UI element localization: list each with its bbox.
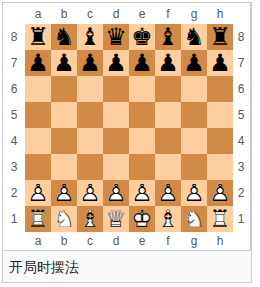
file-label-top-e: e bbox=[129, 3, 155, 24]
piece-white-knight: ♞♘ bbox=[51, 206, 77, 232]
square-f5[interactable] bbox=[155, 102, 181, 128]
piece-black-king: ♚ bbox=[129, 24, 155, 50]
square-g6[interactable] bbox=[181, 76, 207, 102]
square-e1[interactable]: ♚♔ bbox=[129, 206, 155, 232]
piece-white-king: ♚♔ bbox=[129, 206, 155, 232]
piece-white-queen: ♛♕ bbox=[103, 206, 129, 232]
square-e7[interactable]: ♟ bbox=[129, 50, 155, 76]
piece-white-bishop: ♝♗ bbox=[155, 206, 181, 232]
square-b2[interactable]: ♟♙ bbox=[51, 180, 77, 206]
corner-top-left bbox=[3, 3, 25, 24]
rank-label-right-3: 3 bbox=[233, 154, 249, 180]
piece-white-pawn: ♟♙ bbox=[103, 180, 129, 206]
square-d7[interactable]: ♟ bbox=[103, 50, 129, 76]
square-f7[interactable]: ♟ bbox=[155, 50, 181, 76]
square-g1[interactable]: ♞♘ bbox=[181, 206, 207, 232]
piece-black-rook: ♜ bbox=[207, 24, 233, 50]
file-label-top-g: g bbox=[181, 3, 207, 24]
file-label-bottom-h: h bbox=[207, 232, 233, 249]
piece-black-pawn: ♟ bbox=[51, 50, 77, 76]
square-b1[interactable]: ♞♘ bbox=[51, 206, 77, 232]
square-c8[interactable]: ♝ bbox=[77, 24, 103, 50]
square-d6[interactable] bbox=[103, 76, 129, 102]
piece-black-pawn: ♟ bbox=[207, 50, 233, 76]
square-a1[interactable]: ♜♖ bbox=[25, 206, 51, 232]
square-c1[interactable]: ♝♗ bbox=[77, 206, 103, 232]
square-a3[interactable] bbox=[25, 154, 51, 180]
rank-label-left-2: 2 bbox=[3, 180, 25, 206]
square-h4[interactable] bbox=[207, 128, 233, 154]
square-b5[interactable] bbox=[51, 102, 77, 128]
rank-label-left-7: 7 bbox=[3, 50, 25, 76]
square-g3[interactable] bbox=[181, 154, 207, 180]
square-e5[interactable] bbox=[129, 102, 155, 128]
square-b8[interactable]: ♞ bbox=[51, 24, 77, 50]
square-h2[interactable]: ♟♙ bbox=[207, 180, 233, 206]
square-h1[interactable]: ♜♖ bbox=[207, 206, 233, 232]
square-h7[interactable]: ♟ bbox=[207, 50, 233, 76]
file-label-bottom-c: c bbox=[77, 232, 103, 249]
rank-label-right-2: 2 bbox=[233, 180, 249, 206]
square-d5[interactable] bbox=[103, 102, 129, 128]
rank-label-left-5: 5 bbox=[3, 102, 25, 128]
square-g7[interactable]: ♟ bbox=[181, 50, 207, 76]
rank-label-left-3: 3 bbox=[3, 154, 25, 180]
square-c3[interactable] bbox=[77, 154, 103, 180]
square-a5[interactable] bbox=[25, 102, 51, 128]
corner-bottom-left bbox=[3, 232, 25, 249]
square-d8[interactable]: ♛ bbox=[103, 24, 129, 50]
rank-label-left-6: 6 bbox=[3, 76, 25, 102]
rank-label-right-1: 1 bbox=[233, 206, 249, 232]
square-g2[interactable]: ♟♙ bbox=[181, 180, 207, 206]
piece-white-pawn: ♟♙ bbox=[25, 180, 51, 206]
piece-white-rook: ♜♖ bbox=[207, 206, 233, 232]
square-g4[interactable] bbox=[181, 128, 207, 154]
square-c4[interactable] bbox=[77, 128, 103, 154]
square-h8[interactable]: ♜ bbox=[207, 24, 233, 50]
square-d2[interactable]: ♟♙ bbox=[103, 180, 129, 206]
piece-white-pawn: ♟♙ bbox=[51, 180, 77, 206]
piece-black-pawn: ♟ bbox=[77, 50, 103, 76]
figure-frame: abcdefgh8♜♞♝♛♚♝♞♜87♟♟♟♟♟♟♟♟7665544332♟♙♟… bbox=[2, 2, 252, 283]
square-f3[interactable] bbox=[155, 154, 181, 180]
piece-black-pawn: ♟ bbox=[181, 50, 207, 76]
rank-label-right-7: 7 bbox=[233, 50, 249, 76]
piece-black-rook: ♜ bbox=[25, 24, 51, 50]
square-c5[interactable] bbox=[77, 102, 103, 128]
square-a2[interactable]: ♟♙ bbox=[25, 180, 51, 206]
file-label-bottom-g: g bbox=[181, 232, 207, 249]
file-label-bottom-b: b bbox=[51, 232, 77, 249]
square-c2[interactable]: ♟♙ bbox=[77, 180, 103, 206]
square-g8[interactable]: ♞ bbox=[181, 24, 207, 50]
file-label-top-f: f bbox=[155, 3, 181, 24]
square-a7[interactable]: ♟ bbox=[25, 50, 51, 76]
square-f8[interactable]: ♝ bbox=[155, 24, 181, 50]
file-label-top-d: d bbox=[103, 3, 129, 24]
file-label-top-a: a bbox=[25, 3, 51, 24]
file-label-top-c: c bbox=[77, 3, 103, 24]
piece-black-pawn: ♟ bbox=[25, 50, 51, 76]
piece-white-knight: ♞♘ bbox=[181, 206, 207, 232]
square-c6[interactable] bbox=[77, 76, 103, 102]
square-b3[interactable] bbox=[51, 154, 77, 180]
square-b7[interactable]: ♟ bbox=[51, 50, 77, 76]
rank-label-right-4: 4 bbox=[233, 128, 249, 154]
piece-white-rook: ♜♖ bbox=[25, 206, 51, 232]
piece-black-bishop: ♝ bbox=[155, 24, 181, 50]
piece-black-pawn: ♟ bbox=[129, 50, 155, 76]
square-b4[interactable] bbox=[51, 128, 77, 154]
piece-white-pawn: ♟♙ bbox=[155, 180, 181, 206]
piece-black-knight: ♞ bbox=[181, 24, 207, 50]
square-e3[interactable] bbox=[129, 154, 155, 180]
file-label-bottom-a: a bbox=[25, 232, 51, 249]
square-h3[interactable] bbox=[207, 154, 233, 180]
square-e6[interactable] bbox=[129, 76, 155, 102]
file-label-top-b: b bbox=[51, 3, 77, 24]
square-d1[interactable]: ♛♕ bbox=[103, 206, 129, 232]
corner-top-right bbox=[233, 3, 249, 24]
rank-label-right-5: 5 bbox=[233, 102, 249, 128]
piece-black-queen: ♛ bbox=[103, 24, 129, 50]
piece-white-pawn: ♟♙ bbox=[181, 180, 207, 206]
file-label-bottom-e: e bbox=[129, 232, 155, 249]
corner-bottom-right bbox=[233, 232, 249, 249]
piece-black-pawn: ♟ bbox=[103, 50, 129, 76]
square-f6[interactable] bbox=[155, 76, 181, 102]
square-c7[interactable]: ♟ bbox=[77, 50, 103, 76]
square-f4[interactable] bbox=[155, 128, 181, 154]
chess-board-grid: abcdefgh8♜♞♝♛♚♝♞♜87♟♟♟♟♟♟♟♟7665544332♟♙♟… bbox=[3, 3, 249, 249]
caption: 开局时摆法 bbox=[3, 251, 251, 278]
piece-white-pawn: ♟♙ bbox=[129, 180, 155, 206]
piece-black-pawn: ♟ bbox=[155, 50, 181, 76]
square-d4[interactable] bbox=[103, 128, 129, 154]
square-e2[interactable]: ♟♙ bbox=[129, 180, 155, 206]
rank-label-left-1: 1 bbox=[3, 206, 25, 232]
square-g5[interactable] bbox=[181, 102, 207, 128]
square-d3[interactable] bbox=[103, 154, 129, 180]
square-b6[interactable] bbox=[51, 76, 77, 102]
piece-white-pawn: ♟♙ bbox=[77, 180, 103, 206]
chess-diagram-image: abcdefgh8♜♞♝♛♚♝♞♜87♟♟♟♟♟♟♟♟7665544332♟♙♟… bbox=[3, 3, 251, 251]
square-f2[interactable]: ♟♙ bbox=[155, 180, 181, 206]
piece-white-bishop: ♝♗ bbox=[77, 206, 103, 232]
file-label-bottom-d: d bbox=[103, 232, 129, 249]
square-a4[interactable] bbox=[25, 128, 51, 154]
piece-white-pawn: ♟♙ bbox=[207, 180, 233, 206]
rank-label-right-6: 6 bbox=[233, 76, 249, 102]
square-a8[interactable]: ♜ bbox=[25, 24, 51, 50]
piece-black-knight: ♞ bbox=[51, 24, 77, 50]
rank-label-left-8: 8 bbox=[3, 24, 25, 50]
square-h6[interactable] bbox=[207, 76, 233, 102]
rank-label-left-4: 4 bbox=[3, 128, 25, 154]
square-f1[interactable]: ♝♗ bbox=[155, 206, 181, 232]
file-label-top-h: h bbox=[207, 3, 233, 24]
square-h5[interactable] bbox=[207, 102, 233, 128]
square-a6[interactable] bbox=[25, 76, 51, 102]
rank-label-right-8: 8 bbox=[233, 24, 249, 50]
piece-black-bishop: ♝ bbox=[77, 24, 103, 50]
file-label-bottom-f: f bbox=[155, 232, 181, 249]
square-e8[interactable]: ♚ bbox=[129, 24, 155, 50]
square-e4[interactable] bbox=[129, 128, 155, 154]
